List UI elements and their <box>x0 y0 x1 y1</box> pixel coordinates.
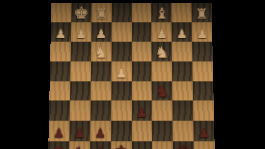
piece-black-queen-b8[interactable]: ♛ <box>173 143 194 149</box>
square-a3[interactable] <box>192 42 213 62</box>
square-g3[interactable] <box>70 42 91 62</box>
square-f2[interactable]: ♟ <box>91 22 111 41</box>
square-a4[interactable] <box>193 61 214 81</box>
square-g8[interactable]: ♞ <box>69 141 90 149</box>
square-c3[interactable]: ♞ <box>152 42 172 62</box>
piece-white-knight-c3[interactable]: ♞ <box>152 45 172 60</box>
square-b1[interactable] <box>172 3 192 22</box>
piece-white-pawn-g2[interactable]: ♟ <box>71 28 91 40</box>
square-b2[interactable]: ♟ <box>172 22 192 41</box>
square-c7[interactable] <box>152 121 173 141</box>
piece-black-pawn-g7[interactable]: ♟ <box>69 127 90 140</box>
square-g7[interactable]: ♟ <box>69 121 90 141</box>
piece-white-pawn-e4[interactable]: ♟ <box>111 67 131 79</box>
square-h3[interactable] <box>50 42 71 62</box>
square-g2[interactable]: ♟ <box>71 22 91 41</box>
piece-black-pawn-a7[interactable]: ♟ <box>194 127 215 140</box>
chess-app-screenshot: ♚♜♝♜♟♟♟♟♟♟♞♞♟♞♟♟♟♟♟♜♞♝♚♛ <box>0 0 265 149</box>
square-a2[interactable]: ♟ <box>192 22 213 41</box>
square-e5[interactable] <box>111 81 132 101</box>
square-e4[interactable]: ♟ <box>111 61 131 81</box>
piece-white-rook-f1[interactable]: ♜ <box>91 7 111 21</box>
square-d2[interactable] <box>132 22 152 41</box>
square-d6[interactable]: ♟ <box>132 101 153 121</box>
square-b4[interactable] <box>172 61 193 81</box>
piece-black-rook-h8[interactable]: ♜ <box>48 146 69 149</box>
square-d8[interactable] <box>132 141 153 149</box>
piece-white-pawn-b2[interactable]: ♟ <box>172 28 192 40</box>
square-g4[interactable] <box>70 61 91 81</box>
square-h2[interactable]: ♟ <box>51 22 72 41</box>
square-f3[interactable]: ♞ <box>91 42 111 62</box>
square-d5[interactable] <box>132 81 153 101</box>
square-f8[interactable]: ♝ <box>90 141 111 149</box>
square-a5[interactable] <box>193 81 214 101</box>
square-a6[interactable] <box>193 101 214 121</box>
square-d3[interactable] <box>132 42 152 62</box>
piece-black-knight-g8[interactable]: ♞ <box>69 145 90 149</box>
square-e3[interactable] <box>111 42 131 62</box>
piece-white-bishop-c1[interactable]: ♝ <box>152 7 172 22</box>
square-h6[interactable] <box>49 101 70 121</box>
square-h1[interactable] <box>51 3 71 22</box>
piece-white-pawn-a2[interactable]: ♟ <box>192 28 212 40</box>
square-b8[interactable]: ♛ <box>173 141 194 149</box>
square-d1[interactable] <box>132 3 152 22</box>
square-c5[interactable]: ♞ <box>152 81 173 101</box>
square-g6[interactable] <box>70 101 91 121</box>
square-h8[interactable]: ♜ <box>48 141 69 149</box>
square-c2[interactable]: ♟ <box>152 22 172 41</box>
square-g5[interactable] <box>70 81 91 101</box>
square-e8[interactable]: ♚ <box>111 141 132 149</box>
square-c1[interactable]: ♝ <box>152 3 172 22</box>
piece-black-pawn-d6[interactable]: ♟ <box>132 106 153 119</box>
square-h5[interactable] <box>49 81 70 101</box>
square-f7[interactable]: ♟ <box>90 121 111 141</box>
square-b3[interactable] <box>172 42 193 62</box>
piece-white-pawn-f2[interactable]: ♟ <box>91 28 111 40</box>
square-b6[interactable] <box>173 101 194 121</box>
piece-white-pawn-h2[interactable]: ♟ <box>51 28 71 40</box>
piece-black-knight-c5[interactable]: ♞ <box>152 85 173 100</box>
square-f6[interactable] <box>90 101 111 121</box>
letterbox-left <box>0 0 48 149</box>
square-b5[interactable] <box>172 81 193 101</box>
square-g1[interactable]: ♚ <box>71 3 91 22</box>
square-f5[interactable] <box>90 81 111 101</box>
square-e2[interactable] <box>111 22 131 41</box>
square-c4[interactable] <box>152 61 173 81</box>
chess-board: ♚♜♝♜♟♟♟♟♟♟♞♞♟♞♟♟♟♟♟♜♞♝♚♛ <box>48 3 215 149</box>
piece-black-pawn-h7[interactable]: ♟ <box>48 127 69 140</box>
square-e1[interactable] <box>111 3 131 22</box>
piece-black-bishop-f8[interactable]: ♝ <box>90 145 111 149</box>
square-a7[interactable]: ♟ <box>193 121 214 141</box>
piece-white-rook-a1[interactable]: ♜ <box>192 7 212 21</box>
square-f1[interactable]: ♜ <box>91 3 111 22</box>
square-a1[interactable]: ♜ <box>192 3 212 22</box>
piece-black-pawn-f7[interactable]: ♟ <box>90 127 111 140</box>
square-e7[interactable] <box>111 121 132 141</box>
square-e6[interactable] <box>111 101 132 121</box>
square-c6[interactable] <box>152 101 173 121</box>
square-b7[interactable] <box>173 121 194 141</box>
square-d4[interactable] <box>132 61 152 81</box>
letterbox-right <box>215 0 265 149</box>
square-h4[interactable] <box>50 61 71 81</box>
square-h7[interactable]: ♟ <box>48 121 69 141</box>
piece-white-king-g1[interactable]: ♚ <box>71 5 91 22</box>
square-d7[interactable] <box>132 121 153 141</box>
square-a8[interactable] <box>194 141 215 149</box>
square-f4[interactable] <box>91 61 112 81</box>
piece-white-knight-f3[interactable]: ♞ <box>91 45 111 60</box>
piece-white-pawn-c2[interactable]: ♟ <box>152 28 172 40</box>
square-c8[interactable] <box>152 141 173 149</box>
piece-black-king-e8[interactable]: ♚ <box>111 143 132 149</box>
